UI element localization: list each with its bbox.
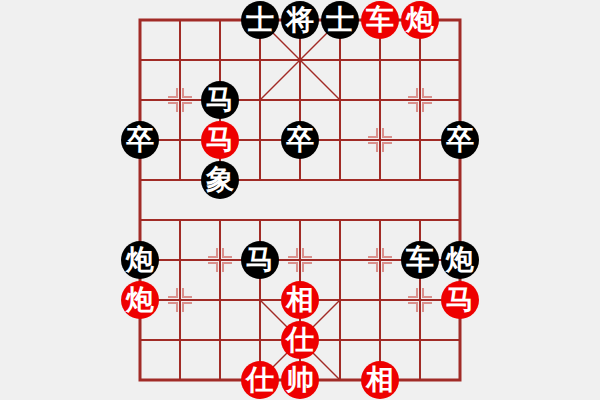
piece-red-advisor[interactable]: 仕 [241,361,279,399]
piece-black-horse[interactable]: 马 [241,241,279,279]
piece-black-chariot[interactable]: 车 [401,241,439,279]
piece-red-cannon[interactable]: 炮 [121,281,159,319]
piece-black-soldier[interactable]: 卒 [441,121,479,159]
piece-black-soldier[interactable]: 卒 [121,121,159,159]
piece-red-advisor[interactable]: 仕 [281,321,319,359]
piece-red-horse[interactable]: 马 [201,121,239,159]
piece-layer: 士将士车炮马卒马卒卒象炮马车炮炮相马仕仕帅相 [120,0,480,400]
piece-red-general[interactable]: 帅 [281,361,319,399]
piece-black-soldier[interactable]: 卒 [281,121,319,159]
piece-red-horse[interactable]: 马 [441,281,479,319]
piece-black-elephant[interactable]: 象 [201,161,239,199]
piece-black-cannon[interactable]: 炮 [441,241,479,279]
piece-black-cannon[interactable]: 炮 [121,241,159,279]
piece-red-elephant[interactable]: 相 [361,361,399,399]
piece-red-cannon[interactable]: 炮 [401,1,439,39]
piece-black-advisor[interactable]: 士 [241,1,279,39]
piece-red-elephant[interactable]: 相 [281,281,319,319]
piece-black-advisor[interactable]: 士 [321,1,359,39]
piece-red-chariot[interactable]: 车 [361,1,399,39]
piece-black-horse[interactable]: 马 [201,81,239,119]
xiangqi-board: 士将士车炮马卒马卒卒象炮马车炮炮相马仕仕帅相 [0,0,600,400]
piece-black-general[interactable]: 将 [281,1,319,39]
